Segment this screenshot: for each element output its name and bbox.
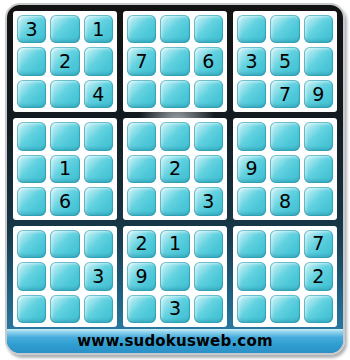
cell-digit: 2 (59, 52, 71, 71)
sudoku-cell-r9c7[interactable] (237, 295, 266, 323)
sudoku-cell-r6c2[interactable]: 6 (50, 187, 79, 215)
sudoku-box-3: 3579 (233, 11, 337, 112)
sudoku-cell-r2c4[interactable]: 7 (127, 47, 156, 75)
sudoku-cell-r8c6[interactable] (194, 262, 223, 290)
sudoku-cell-r4c6[interactable] (194, 122, 223, 150)
sudoku-cell-r9c1[interactable] (17, 295, 46, 323)
sudoku-box-2: 76 (123, 11, 227, 112)
sudoku-page: 31247635791623983219372 www.sudokusweb.c… (0, 0, 350, 360)
sudoku-cell-r5c4[interactable] (127, 155, 156, 183)
sudoku-cell-r8c5[interactable] (160, 262, 189, 290)
cell-digit: 3 (202, 192, 214, 211)
sudoku-cell-r7c6[interactable] (194, 230, 223, 258)
sudoku-cell-r4c3[interactable] (84, 122, 113, 150)
sudoku-cell-r3c4[interactable] (127, 80, 156, 108)
sudoku-cell-r5c2[interactable]: 1 (50, 155, 79, 183)
sudoku-cell-r8c9[interactable]: 2 (304, 262, 333, 290)
cell-digit: 2 (136, 234, 148, 253)
website-link[interactable]: www.sudokusweb.com (77, 332, 272, 350)
sudoku-cell-r2c9[interactable] (304, 47, 333, 75)
sudoku-cell-r9c8[interactable] (270, 295, 299, 323)
sudoku-cell-r5c5[interactable]: 2 (160, 155, 189, 183)
sudoku-cell-r9c2[interactable] (50, 295, 79, 323)
sudoku-cell-r6c9[interactable] (304, 187, 333, 215)
sudoku-cell-r4c9[interactable] (304, 122, 333, 150)
sudoku-cell-r2c8[interactable]: 5 (270, 47, 299, 75)
cell-digit: 9 (246, 159, 258, 178)
sudoku-cell-r2c3[interactable] (84, 47, 113, 75)
sudoku-cell-r2c7[interactable]: 3 (237, 47, 266, 75)
sudoku-cell-r5c6[interactable] (194, 155, 223, 183)
sudoku-cell-r9c5[interactable]: 3 (160, 295, 189, 323)
sudoku-cell-r9c6[interactable] (194, 295, 223, 323)
cell-digit: 1 (169, 234, 181, 253)
sudoku-box-5: 23 (123, 118, 227, 219)
cell-digit: 3 (246, 52, 258, 71)
sudoku-cell-r7c1[interactable] (17, 230, 46, 258)
sudoku-cell-r1c7[interactable] (237, 15, 266, 43)
sudoku-board-boxes: 31247635791623983219372 (13, 11, 337, 327)
sudoku-cell-r3c9[interactable]: 9 (304, 80, 333, 108)
sudoku-box-6: 98 (233, 118, 337, 219)
sudoku-board: 31247635791623983219372 www.sudokusweb.c… (5, 3, 345, 355)
sudoku-cell-r8c1[interactable] (17, 262, 46, 290)
sudoku-cell-r6c5[interactable] (160, 187, 189, 215)
sudoku-cell-r2c1[interactable] (17, 47, 46, 75)
sudoku-cell-r3c3[interactable]: 4 (84, 80, 113, 108)
sudoku-cell-r6c4[interactable] (127, 187, 156, 215)
sudoku-cell-r4c2[interactable] (50, 122, 79, 150)
cell-digit: 7 (312, 234, 324, 253)
sudoku-cell-r4c8[interactable] (270, 122, 299, 150)
sudoku-cell-r8c2[interactable] (50, 262, 79, 290)
cell-digit: 2 (312, 267, 324, 286)
cell-digit: 8 (279, 192, 291, 211)
sudoku-cell-r3c5[interactable] (160, 80, 189, 108)
cell-digit: 3 (92, 267, 104, 286)
sudoku-box-9: 72 (233, 226, 337, 327)
sudoku-box-8: 2193 (123, 226, 227, 327)
sudoku-cell-r3c1[interactable] (17, 80, 46, 108)
sudoku-cell-r1c3[interactable]: 1 (84, 15, 113, 43)
sudoku-cell-r6c3[interactable] (84, 187, 113, 215)
sudoku-cell-r4c7[interactable] (237, 122, 266, 150)
sudoku-cell-r1c1[interactable]: 3 (17, 15, 46, 43)
sudoku-cell-r6c6[interactable]: 3 (194, 187, 223, 215)
sudoku-cell-r7c8[interactable] (270, 230, 299, 258)
sudoku-cell-r3c6[interactable] (194, 80, 223, 108)
sudoku-cell-r7c9[interactable]: 7 (304, 230, 333, 258)
cell-digit: 1 (92, 20, 104, 39)
sudoku-cell-r7c5[interactable]: 1 (160, 230, 189, 258)
cell-digit: 2 (169, 159, 181, 178)
sudoku-cell-r5c9[interactable] (304, 155, 333, 183)
sudoku-cell-r7c3[interactable] (84, 230, 113, 258)
sudoku-cell-r4c1[interactable] (17, 122, 46, 150)
cell-digit: 3 (26, 20, 38, 39)
sudoku-cell-r8c7[interactable] (237, 262, 266, 290)
sudoku-box-4: 16 (13, 118, 117, 219)
sudoku-cell-r7c7[interactable] (237, 230, 266, 258)
cell-digit: 7 (136, 52, 148, 71)
sudoku-cell-r9c9[interactable] (304, 295, 333, 323)
cell-digit: 4 (92, 85, 104, 104)
sudoku-cell-r8c8[interactable] (270, 262, 299, 290)
sudoku-cell-r6c7[interactable] (237, 187, 266, 215)
sudoku-cell-r9c3[interactable] (84, 295, 113, 323)
sudoku-cell-r7c4[interactable]: 2 (127, 230, 156, 258)
cell-digit: 5 (279, 52, 291, 71)
sudoku-box-1: 3124 (13, 11, 117, 112)
sudoku-cell-r1c6[interactable] (194, 15, 223, 43)
cell-digit: 9 (312, 85, 324, 104)
sudoku-cell-r9c4[interactable] (127, 295, 156, 323)
sudoku-cell-r3c8[interactable]: 7 (270, 80, 299, 108)
cell-digit: 3 (169, 299, 181, 318)
sudoku-cell-r5c7[interactable]: 9 (237, 155, 266, 183)
sudoku-cell-r3c2[interactable] (50, 80, 79, 108)
cell-digit: 6 (202, 52, 214, 71)
sudoku-cell-r4c4[interactable] (127, 122, 156, 150)
cell-digit: 1 (59, 159, 71, 178)
cell-digit: 6 (59, 192, 71, 211)
sudoku-cell-r1c8[interactable] (270, 15, 299, 43)
sudoku-cell-r5c8[interactable] (270, 155, 299, 183)
sudoku-cell-r2c5[interactable] (160, 47, 189, 75)
sudoku-cell-r4c5[interactable] (160, 122, 189, 150)
sudoku-cell-r6c8[interactable]: 8 (270, 187, 299, 215)
sudoku-cell-r2c2[interactable]: 2 (50, 47, 79, 75)
sudoku-cell-r2c6[interactable]: 6 (194, 47, 223, 75)
sudoku-cell-r8c3[interactable]: 3 (84, 262, 113, 290)
sudoku-cell-r5c3[interactable] (84, 155, 113, 183)
sudoku-cell-r3c7[interactable] (237, 80, 266, 108)
sudoku-cell-r5c1[interactable] (17, 155, 46, 183)
sudoku-cell-r1c2[interactable] (50, 15, 79, 43)
sudoku-box-7: 3 (13, 226, 117, 327)
sudoku-cell-r1c9[interactable] (304, 15, 333, 43)
sudoku-cell-r7c2[interactable] (50, 230, 79, 258)
sudoku-cell-r6c1[interactable] (17, 187, 46, 215)
sudoku-cell-r8c4[interactable]: 9 (127, 262, 156, 290)
sudoku-cell-r1c5[interactable] (160, 15, 189, 43)
cell-digit: 7 (279, 85, 291, 104)
cell-digit: 9 (136, 267, 148, 286)
sudoku-cell-r1c4[interactable] (127, 15, 156, 43)
footer-bar: www.sudokusweb.com (7, 329, 343, 353)
